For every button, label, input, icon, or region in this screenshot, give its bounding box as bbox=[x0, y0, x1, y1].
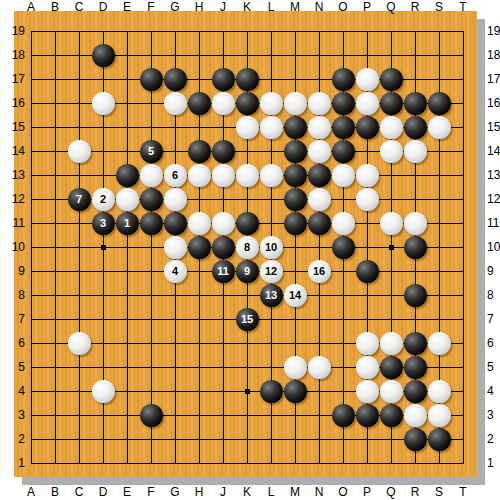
stone-white-N12[interactable] bbox=[308, 188, 331, 211]
coord-label-top: S bbox=[431, 0, 447, 14]
stone-black-E13[interactable] bbox=[116, 164, 139, 187]
stone-black-L4[interactable] bbox=[260, 380, 283, 403]
stone-white-Q11[interactable] bbox=[380, 212, 403, 235]
coord-label-top: J bbox=[215, 0, 231, 14]
stone-black-H16[interactable] bbox=[188, 92, 211, 115]
stone-black-R8[interactable] bbox=[404, 284, 427, 307]
stone-white-F13[interactable] bbox=[140, 164, 163, 187]
stone-black-Q5[interactable] bbox=[380, 356, 403, 379]
stone-black-L8[interactable]: 13 bbox=[260, 284, 283, 307]
stone-white-L9[interactable]: 12 bbox=[260, 260, 283, 283]
grid-line bbox=[31, 295, 464, 296]
stone-white-J13[interactable] bbox=[212, 164, 235, 187]
stone-white-D4[interactable] bbox=[92, 380, 115, 403]
coord-label-top: H bbox=[191, 0, 207, 14]
coord-label-top: B bbox=[47, 0, 63, 14]
stone-black-F17[interactable] bbox=[140, 68, 163, 91]
stone-white-L16[interactable] bbox=[260, 92, 283, 115]
coord-label-right: 3 bbox=[487, 408, 500, 422]
stone-black-M11[interactable] bbox=[284, 212, 307, 235]
stone-white-G10[interactable] bbox=[164, 236, 187, 259]
coord-label-right: 5 bbox=[487, 360, 500, 374]
coord-label-top: P bbox=[359, 0, 375, 14]
coord-label-top: T bbox=[455, 0, 471, 14]
coord-label-bottom: D bbox=[95, 485, 111, 499]
stone-black-C12[interactable]: 7 bbox=[68, 188, 91, 211]
coord-label-bottom: F bbox=[143, 485, 159, 499]
stone-white-Q6[interactable] bbox=[380, 332, 403, 355]
stone-white-N9[interactable]: 16 bbox=[308, 260, 331, 283]
stone-white-L10[interactable]: 10 bbox=[260, 236, 283, 259]
move-number: 15 bbox=[241, 313, 253, 325]
stone-white-R11[interactable] bbox=[404, 212, 427, 235]
coord-label-bottom: A bbox=[23, 485, 39, 499]
stone-white-J16[interactable] bbox=[212, 92, 235, 115]
coord-label-left: 13 bbox=[0, 168, 25, 182]
coord-label-top: L bbox=[263, 0, 279, 14]
coord-label-bottom: Q bbox=[383, 485, 399, 499]
stone-white-S15[interactable] bbox=[428, 116, 451, 139]
coord-label-top: E bbox=[119, 0, 135, 14]
stone-black-E11[interactable]: 1 bbox=[116, 212, 139, 235]
stone-black-Q3[interactable] bbox=[380, 404, 403, 427]
move-number: 16 bbox=[313, 265, 325, 277]
move-number: 8 bbox=[244, 241, 250, 253]
stone-black-D11[interactable]: 3 bbox=[92, 212, 115, 235]
coord-label-left: 9 bbox=[0, 264, 25, 278]
stone-black-M4[interactable] bbox=[284, 380, 307, 403]
stone-white-H11[interactable] bbox=[188, 212, 211, 235]
stone-black-F11[interactable] bbox=[140, 212, 163, 235]
coord-label-top: N bbox=[311, 0, 327, 14]
stone-black-Q17[interactable] bbox=[380, 68, 403, 91]
stone-black-P3[interactable] bbox=[356, 404, 379, 427]
stone-white-P12[interactable] bbox=[356, 188, 379, 211]
stone-white-P4[interactable] bbox=[356, 380, 379, 403]
coord-label-bottom: N bbox=[311, 485, 327, 499]
coord-label-top: D bbox=[95, 0, 111, 14]
stone-white-H13[interactable] bbox=[188, 164, 211, 187]
coord-label-top: K bbox=[239, 0, 255, 14]
stone-black-D18[interactable] bbox=[92, 44, 115, 67]
stone-white-L15[interactable] bbox=[260, 116, 283, 139]
coord-label-top: R bbox=[407, 0, 423, 14]
coord-label-right: 9 bbox=[487, 264, 500, 278]
stone-white-K15[interactable] bbox=[236, 116, 259, 139]
stone-white-R14[interactable] bbox=[404, 140, 427, 163]
coord-label-bottom: R bbox=[407, 485, 423, 499]
coord-label-right: 19 bbox=[487, 24, 500, 38]
stone-black-O3[interactable] bbox=[332, 404, 355, 427]
stone-white-M8[interactable]: 14 bbox=[284, 284, 307, 307]
stone-black-N11[interactable] bbox=[308, 212, 331, 235]
coord-label-bottom: J bbox=[215, 485, 231, 499]
stone-white-N15[interactable] bbox=[308, 116, 331, 139]
stone-black-M15[interactable] bbox=[284, 116, 307, 139]
move-number: 4 bbox=[172, 265, 178, 277]
coord-label-bottom: C bbox=[71, 485, 87, 499]
coord-label-bottom: S bbox=[431, 485, 447, 499]
coord-label-bottom: B bbox=[47, 485, 63, 499]
stone-black-K16[interactable] bbox=[236, 92, 259, 115]
stone-black-F12[interactable] bbox=[140, 188, 163, 211]
coord-label-bottom: O bbox=[335, 485, 351, 499]
stone-black-K9[interactable]: 9 bbox=[236, 260, 259, 283]
stone-white-D12[interactable]: 2 bbox=[92, 188, 115, 211]
stone-white-N5[interactable] bbox=[308, 356, 331, 379]
move-number: 7 bbox=[76, 193, 82, 205]
coord-label-right: 16 bbox=[487, 96, 500, 110]
grid-line bbox=[31, 439, 464, 440]
stone-white-P13[interactable] bbox=[356, 164, 379, 187]
star-point bbox=[245, 389, 250, 394]
coord-label-bottom: E bbox=[119, 485, 135, 499]
stone-white-K10[interactable]: 8 bbox=[236, 236, 259, 259]
stone-white-P5[interactable] bbox=[356, 356, 379, 379]
coord-label-right: 8 bbox=[487, 288, 500, 302]
stone-black-K17[interactable] bbox=[236, 68, 259, 91]
stone-black-J10[interactable] bbox=[212, 236, 235, 259]
coord-label-left: 2 bbox=[0, 432, 25, 446]
coord-label-bottom: L bbox=[263, 485, 279, 499]
coord-label-left: 19 bbox=[0, 24, 25, 38]
move-number: 10 bbox=[265, 241, 277, 253]
coord-label-top: M bbox=[287, 0, 303, 14]
coord-label-bottom: T bbox=[455, 485, 471, 499]
coord-label-left: 18 bbox=[0, 48, 25, 62]
star-point bbox=[101, 245, 106, 250]
stone-black-R2[interactable] bbox=[404, 428, 427, 451]
stone-white-G16[interactable] bbox=[164, 92, 187, 115]
stone-black-K11[interactable] bbox=[236, 212, 259, 235]
coord-label-left: 6 bbox=[0, 336, 25, 350]
coord-label-bottom: P bbox=[359, 485, 375, 499]
stone-white-O13[interactable] bbox=[332, 164, 355, 187]
coord-label-left: 1 bbox=[0, 456, 25, 470]
coord-label-left: 14 bbox=[0, 144, 25, 158]
stone-black-R15[interactable] bbox=[404, 116, 427, 139]
stone-white-C14[interactable] bbox=[68, 140, 91, 163]
move-number: 11 bbox=[217, 265, 229, 277]
move-number: 14 bbox=[289, 289, 301, 301]
move-number: 13 bbox=[265, 289, 277, 301]
coord-label-right: 10 bbox=[487, 240, 500, 254]
stone-black-G17[interactable] bbox=[164, 68, 187, 91]
stone-white-K13[interactable] bbox=[236, 164, 259, 187]
coord-label-right: 2 bbox=[487, 432, 500, 446]
coord-label-left: 10 bbox=[0, 240, 25, 254]
stone-white-O11[interactable] bbox=[332, 212, 355, 235]
go-app-window: AABBCCDDEEFFGGHHJJKKLLMMNNOOPPQQRRSSTT19… bbox=[0, 0, 500, 500]
stone-black-K7[interactable]: 15 bbox=[236, 308, 259, 331]
move-number: 3 bbox=[100, 217, 106, 229]
coord-label-left: 12 bbox=[0, 192, 25, 206]
stone-black-M12[interactable] bbox=[284, 188, 307, 211]
coord-label-top: F bbox=[143, 0, 159, 14]
coord-label-left: 17 bbox=[0, 72, 25, 86]
coord-label-right: 6 bbox=[487, 336, 500, 350]
stone-white-G13[interactable]: 6 bbox=[164, 164, 187, 187]
stone-black-H10[interactable] bbox=[188, 236, 211, 259]
stone-black-J9[interactable]: 11 bbox=[212, 260, 235, 283]
stone-white-J11[interactable] bbox=[212, 212, 235, 235]
stone-black-P9[interactable] bbox=[356, 260, 379, 283]
coord-label-right: 15 bbox=[487, 120, 500, 134]
coord-label-top: O bbox=[335, 0, 351, 14]
stone-black-O14[interactable] bbox=[332, 140, 355, 163]
move-number: 1 bbox=[124, 217, 130, 229]
coord-label-left: 8 bbox=[0, 288, 25, 302]
coord-label-right: 17 bbox=[487, 72, 500, 86]
coord-label-right: 14 bbox=[487, 144, 500, 158]
stone-black-S2[interactable] bbox=[428, 428, 451, 451]
grid-line bbox=[31, 463, 464, 464]
coord-label-top: G bbox=[167, 0, 183, 14]
stone-black-O17[interactable] bbox=[332, 68, 355, 91]
stone-black-M13[interactable] bbox=[284, 164, 307, 187]
coord-label-left: 3 bbox=[0, 408, 25, 422]
coord-label-left: 11 bbox=[0, 216, 25, 230]
stone-white-G12[interactable] bbox=[164, 188, 187, 211]
stone-white-S4[interactable] bbox=[428, 380, 451, 403]
move-number: 12 bbox=[265, 265, 277, 277]
stone-white-P16[interactable] bbox=[356, 92, 379, 115]
stone-black-S16[interactable] bbox=[428, 92, 451, 115]
stone-black-O16[interactable] bbox=[332, 92, 355, 115]
coord-label-right: 12 bbox=[487, 192, 500, 206]
coord-label-bottom: H bbox=[191, 485, 207, 499]
stone-black-J17[interactable] bbox=[212, 68, 235, 91]
stone-white-N14[interactable] bbox=[308, 140, 331, 163]
move-number: 6 bbox=[172, 169, 178, 181]
coord-label-bottom: G bbox=[167, 485, 183, 499]
move-number: 9 bbox=[244, 265, 250, 277]
stone-white-E12[interactable] bbox=[116, 188, 139, 211]
grid-line bbox=[463, 31, 464, 464]
coord-label-right: 1 bbox=[487, 456, 500, 470]
stone-black-Q16[interactable] bbox=[380, 92, 403, 115]
coord-label-top: Q bbox=[383, 0, 399, 14]
coord-label-bottom: K bbox=[239, 485, 255, 499]
coord-label-bottom: M bbox=[287, 485, 303, 499]
stone-white-L13[interactable] bbox=[260, 164, 283, 187]
stone-black-R5[interactable] bbox=[404, 356, 427, 379]
stone-white-Q4[interactable] bbox=[380, 380, 403, 403]
stone-white-N16[interactable] bbox=[308, 92, 331, 115]
move-number: 2 bbox=[100, 193, 106, 205]
coord-label-right: 18 bbox=[487, 48, 500, 62]
stone-white-M5[interactable] bbox=[284, 356, 307, 379]
stone-black-H14[interactable] bbox=[188, 140, 211, 163]
stone-black-N13[interactable] bbox=[308, 164, 331, 187]
stone-black-M14[interactable] bbox=[284, 140, 307, 163]
coord-label-left: 15 bbox=[0, 120, 25, 134]
stone-black-F14[interactable]: 5 bbox=[140, 140, 163, 163]
move-number: 5 bbox=[148, 145, 154, 157]
stone-white-S6[interactable] bbox=[428, 332, 451, 355]
stone-white-P6[interactable] bbox=[356, 332, 379, 355]
coord-label-right: 11 bbox=[487, 216, 500, 230]
coord-label-left: 7 bbox=[0, 312, 25, 326]
coord-label-right: 7 bbox=[487, 312, 500, 326]
stone-white-R3[interactable] bbox=[404, 404, 427, 427]
coord-label-right: 4 bbox=[487, 384, 500, 398]
coord-label-left: 16 bbox=[0, 96, 25, 110]
stone-black-J14[interactable] bbox=[212, 140, 235, 163]
stone-white-Q15[interactable] bbox=[380, 116, 403, 139]
stone-black-R4[interactable] bbox=[404, 380, 427, 403]
stone-black-R16[interactable] bbox=[404, 92, 427, 115]
coord-label-right: 13 bbox=[487, 168, 500, 182]
stone-black-G11[interactable] bbox=[164, 212, 187, 235]
coord-label-left: 4 bbox=[0, 384, 25, 398]
stone-black-O10[interactable] bbox=[332, 236, 355, 259]
stone-white-C6[interactable] bbox=[68, 332, 91, 355]
stone-black-F3[interactable] bbox=[140, 404, 163, 427]
stone-white-Q14[interactable] bbox=[380, 140, 403, 163]
stone-black-P15[interactable] bbox=[356, 116, 379, 139]
stone-white-S3[interactable] bbox=[428, 404, 451, 427]
stone-white-M16[interactable] bbox=[284, 92, 307, 115]
stone-black-O15[interactable] bbox=[332, 116, 355, 139]
stone-white-G9[interactable]: 4 bbox=[164, 260, 187, 283]
coord-label-top: A bbox=[23, 0, 39, 14]
stone-black-R10[interactable] bbox=[404, 236, 427, 259]
coord-label-left: 5 bbox=[0, 360, 25, 374]
stone-white-D16[interactable] bbox=[92, 92, 115, 115]
stone-white-P17[interactable] bbox=[356, 68, 379, 91]
star-point bbox=[389, 245, 394, 250]
stone-black-R6[interactable] bbox=[404, 332, 427, 355]
coord-label-top: C bbox=[71, 0, 87, 14]
